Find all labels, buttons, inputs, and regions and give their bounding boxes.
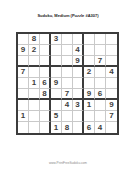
cell-r5c3: 6 xyxy=(40,78,51,89)
cell-r6c1 xyxy=(18,89,29,100)
cell-r1c6 xyxy=(73,34,84,45)
cell-r3c9 xyxy=(106,56,117,67)
cell-r7c4 xyxy=(51,100,62,111)
cell-r3c3 xyxy=(40,56,51,67)
cell-r3c1 xyxy=(18,56,29,67)
cell-r8c2 xyxy=(29,111,40,122)
cell-r6c4 xyxy=(51,89,62,100)
cell-r3c7 xyxy=(84,56,95,67)
cell-r4c1: 7 xyxy=(18,67,29,78)
cell-r8c8 xyxy=(95,111,106,122)
cell-r3c5 xyxy=(62,56,73,67)
cell-r9c6 xyxy=(73,122,84,133)
cell-r5c6 xyxy=(73,78,84,89)
cell-r8c3 xyxy=(40,111,51,122)
cell-r4c2 xyxy=(29,67,40,78)
cell-r4c5 xyxy=(62,67,73,78)
cell-r7c3 xyxy=(40,100,51,111)
cell-r1c8 xyxy=(95,34,106,45)
cell-r5c5 xyxy=(62,78,73,89)
cell-r6c6 xyxy=(73,89,84,100)
cell-r8c7 xyxy=(84,111,95,122)
cell-r3c2 xyxy=(29,56,40,67)
cell-r2c9 xyxy=(106,45,117,56)
cell-r9c8: 4 xyxy=(95,122,106,133)
cell-r3c8: 7 xyxy=(95,56,106,67)
footer-url: www.PrintFreeSudoku.com xyxy=(37,161,98,164)
cell-r4c3 xyxy=(40,67,51,78)
cell-r5c1 xyxy=(18,78,29,89)
cell-r6c5: 7 xyxy=(62,89,73,100)
cell-r9c9 xyxy=(106,122,117,133)
cell-r2c5 xyxy=(62,45,73,56)
cell-r4c7: 2 xyxy=(84,67,95,78)
cell-r6c8: 6 xyxy=(95,89,106,100)
cell-r1c7 xyxy=(84,34,95,45)
cell-r2c2: 2 xyxy=(29,45,40,56)
cell-r3c6: 9 xyxy=(73,56,84,67)
cell-r4c8 xyxy=(95,67,106,78)
cell-r6c7: 9 xyxy=(84,89,95,100)
cell-r9c1 xyxy=(18,122,29,133)
cell-r5c8 xyxy=(95,78,106,89)
cell-r1c4: 3 xyxy=(51,34,62,45)
cell-r1c3 xyxy=(40,34,51,45)
cell-r1c5 xyxy=(62,34,73,45)
cell-r8c4: 5 xyxy=(51,111,62,122)
cell-r6c9 xyxy=(106,89,117,100)
cell-r9c2 xyxy=(29,122,40,133)
cell-r8c9: 7 xyxy=(106,111,117,122)
cell-r3c4 xyxy=(51,56,62,67)
page-title: Sudoku, Medium (Puzzle #A307) xyxy=(34,13,102,18)
sudoku-board: 8392497724169879643191571864 xyxy=(16,32,119,135)
cell-r7c6: 3 xyxy=(73,100,84,111)
cell-r7c7: 1 xyxy=(84,100,95,111)
cell-r8c5 xyxy=(62,111,73,122)
cell-r7c8 xyxy=(95,100,106,111)
cell-r7c5: 4 xyxy=(62,100,73,111)
cell-r9c5: 8 xyxy=(62,122,73,133)
cell-r2c8 xyxy=(95,45,106,56)
cell-r4c6 xyxy=(73,67,84,78)
cell-r2c3 xyxy=(40,45,51,56)
cell-r7c2 xyxy=(29,100,40,111)
cell-r9c4: 1 xyxy=(51,122,62,133)
cell-r2c7 xyxy=(84,45,95,56)
cell-r2c1: 9 xyxy=(18,45,29,56)
cell-r2c4 xyxy=(51,45,62,56)
cell-r5c7 xyxy=(84,78,95,89)
cell-r4c4 xyxy=(51,67,62,78)
cell-r1c1 xyxy=(18,34,29,45)
cell-r5c9 xyxy=(106,78,117,89)
cell-r4c9: 4 xyxy=(106,67,117,78)
cell-r6c2 xyxy=(29,89,40,100)
cell-r6c3: 8 xyxy=(40,89,51,100)
cell-r5c2: 1 xyxy=(29,78,40,89)
cell-r7c1 xyxy=(18,100,29,111)
cell-r9c7: 6 xyxy=(84,122,95,133)
cell-r1c9 xyxy=(106,34,117,45)
cell-r8c1: 1 xyxy=(18,111,29,122)
cell-r8c6 xyxy=(73,111,84,122)
cell-r2c6: 4 xyxy=(73,45,84,56)
cell-r9c3 xyxy=(40,122,51,133)
cell-r5c4: 9 xyxy=(51,78,62,89)
cell-r7c9: 9 xyxy=(106,100,117,111)
cell-r1c2: 8 xyxy=(29,34,40,45)
